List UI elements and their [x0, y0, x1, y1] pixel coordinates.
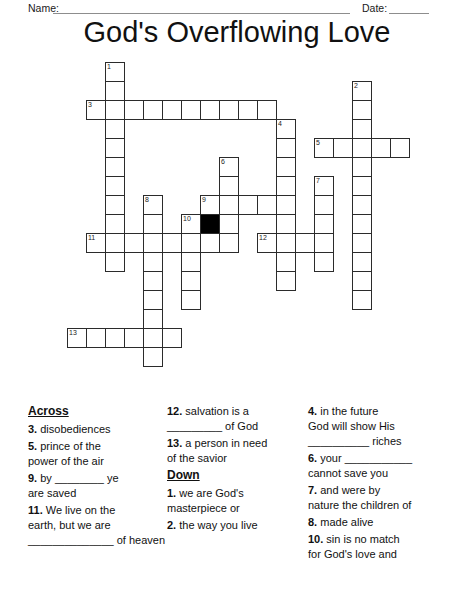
clue-down-1: 1. we are God'smasterpiece or — [167, 486, 307, 516]
across-heading: Across — [28, 404, 169, 419]
date-label: Date: — [362, 2, 387, 14]
grid-cell-r3c2[interactable] — [105, 119, 125, 139]
grid-cell-r14c3[interactable] — [124, 328, 144, 348]
grid-cell-r7c15[interactable] — [352, 195, 372, 215]
grid-cell-r3c11[interactable]: 4 — [276, 119, 296, 139]
grid-cell-r9c12[interactable] — [295, 233, 315, 253]
cell-number-9: 9 — [202, 196, 206, 204]
grid-cell-r10c13[interactable] — [314, 252, 334, 272]
cell-number-12: 12 — [259, 234, 267, 242]
grid-cell-r4c14[interactable] — [333, 138, 353, 158]
grid-cell-r4c13[interactable]: 5 — [314, 138, 334, 158]
grid-cell-r10c6[interactable] — [181, 252, 201, 272]
grid-cell-r14c2[interactable] — [105, 328, 125, 348]
grid-cell-r11c15[interactable] — [352, 271, 372, 291]
grid-cell-r2c4[interactable] — [143, 100, 163, 120]
grid-cell-r10c15[interactable] — [352, 252, 372, 272]
grid-cell-r5c15[interactable] — [352, 157, 372, 177]
down-heading: Down — [167, 468, 307, 483]
grid-cell-r9c5[interactable] — [162, 233, 182, 253]
grid-cell-r9c8[interactable] — [219, 233, 239, 253]
clue-across-5: 5. prince of thepower of the air — [28, 439, 169, 469]
grid-cell-r2c6[interactable] — [181, 100, 201, 120]
clue-number-label: 4. — [308, 405, 317, 417]
grid-cell-r13c4[interactable] — [143, 309, 163, 329]
clue-number-label: 13. — [167, 437, 182, 449]
clue-down-7: 7. and were bynature the children of — [308, 483, 472, 513]
clue-across-11: 11. We live on theearth, but we are_____… — [28, 503, 169, 548]
grid-cell-r2c3[interactable] — [124, 100, 144, 120]
date-input-line[interactable] — [389, 0, 429, 14]
grid-cell-r12c4[interactable] — [143, 290, 163, 310]
grid-cell-r8c6[interactable]: 10 — [181, 214, 201, 234]
grid-cell-r5c2[interactable] — [105, 157, 125, 177]
grid-cell-r8c15[interactable] — [352, 214, 372, 234]
grid-cell-r14c5[interactable] — [162, 328, 182, 348]
clue-number-label: 1. — [167, 487, 176, 499]
clue-number-label: 5. — [28, 440, 37, 452]
grid-cell-r5c11[interactable] — [276, 157, 296, 177]
grid-cell-r2c1[interactable]: 3 — [86, 100, 106, 120]
black-cell — [200, 214, 220, 234]
grid-cell-r6c13[interactable]: 7 — [314, 176, 334, 196]
grid-cell-r11c6[interactable] — [181, 271, 201, 291]
grid-cell-r6c2[interactable] — [105, 176, 125, 196]
cell-number-4: 4 — [278, 120, 282, 128]
clue-down-10: 10. sin is no matchfor God's love and — [308, 532, 472, 562]
grid-cell-r7c2[interactable] — [105, 195, 125, 215]
grid-cell-r4c16[interactable] — [371, 138, 391, 158]
grid-cell-r5c8[interactable]: 6 — [219, 157, 239, 177]
clue-number-label: 6. — [308, 452, 317, 464]
grid-cell-r2c5[interactable] — [162, 100, 182, 120]
clue-down-6: 6. your ___________cannot save you — [308, 451, 472, 481]
grid-cell-r9c6[interactable] — [181, 233, 201, 253]
grid-cell-r7c10[interactable] — [257, 195, 277, 215]
grid-cell-r10c11[interactable] — [276, 252, 296, 272]
cell-number-6: 6 — [221, 158, 225, 166]
clue-down-4: 4. in the futureGod will show His_______… — [308, 404, 472, 449]
grid-cell-r9c3[interactable] — [124, 233, 144, 253]
grid-cell-r4c11[interactable] — [276, 138, 296, 158]
grid-cell-r4c17[interactable] — [390, 138, 410, 158]
grid-cell-r7c9[interactable] — [238, 195, 258, 215]
clue-across-9: 9. by ________ yeare saved — [28, 471, 169, 501]
cell-number-8: 8 — [145, 196, 149, 204]
clues-column-2: 12. salvation is a_________ of God13. a … — [167, 404, 307, 535]
cell-number-5: 5 — [316, 139, 320, 147]
grid-cell-r7c7[interactable]: 9 — [200, 195, 220, 215]
grid-cell-r14c4[interactable] — [143, 328, 163, 348]
grid-cell-r8c2[interactable] — [105, 214, 125, 234]
grid-cell-r9c4[interactable] — [143, 233, 163, 253]
cell-number-3: 3 — [88, 101, 92, 109]
grid-cell-r14c1[interactable] — [86, 328, 106, 348]
cell-number-7: 7 — [316, 177, 320, 185]
clue-number-label: 7. — [308, 484, 317, 496]
clue-across-12: 12. salvation is a_________ of God — [167, 404, 307, 434]
clue-down-8: 8. made alive — [308, 515, 472, 530]
grid-cell-r10c2[interactable] — [105, 252, 125, 272]
grid-cell-r6c8[interactable] — [219, 176, 239, 196]
grid-cell-r2c10[interactable] — [257, 100, 277, 120]
grid-cell-r8c11[interactable] — [276, 214, 296, 234]
grid-cell-r7c13[interactable] — [314, 195, 334, 215]
clue-number-label: 9. — [28, 472, 37, 484]
grid-cell-r0c2[interactable]: 1 — [105, 62, 125, 82]
clues-column-1: Across3. disobediences5. prince of thepo… — [28, 404, 169, 550]
clue-down-2: 2. the way you live — [167, 518, 307, 533]
grid-cell-r9c1[interactable]: 11 — [86, 233, 106, 253]
puzzle-title: God's Overflowing Love — [0, 16, 474, 49]
grid-cell-r2c7[interactable] — [200, 100, 220, 120]
grid-cell-r14c0[interactable]: 13 — [67, 328, 87, 348]
grid-cell-r12c15[interactable] — [352, 290, 372, 310]
crossword-grid: 12345678910111213 — [67, 62, 409, 366]
grid-cell-r9c2[interactable] — [105, 233, 125, 253]
grid-cell-r11c4[interactable] — [143, 271, 163, 291]
grid-cell-r8c13[interactable] — [314, 214, 334, 234]
cell-number-10: 10 — [183, 215, 191, 223]
grid-cell-r9c7[interactable] — [200, 233, 220, 253]
grid-cell-r10c4[interactable] — [143, 252, 163, 272]
clue-across-13: 13. a person in needof the savior — [167, 436, 307, 466]
grid-cell-r12c6[interactable] — [181, 290, 201, 310]
clue-number-label: 12. — [167, 405, 182, 417]
grid-cell-r3c15[interactable] — [352, 119, 372, 139]
cell-number-13: 13 — [69, 329, 77, 337]
name-input-line[interactable] — [53, 0, 350, 14]
clue-number-label: 8. — [308, 516, 317, 528]
grid-cell-r7c11[interactable] — [276, 195, 296, 215]
cell-number-2: 2 — [354, 82, 358, 90]
grid-cell-r7c8[interactable] — [219, 195, 239, 215]
grid-cell-r6c11[interactable] — [276, 176, 296, 196]
cell-number-1: 1 — [107, 63, 111, 71]
grid-cell-r15c4[interactable] — [143, 347, 163, 367]
grid-cell-r1c15[interactable]: 2 — [352, 81, 372, 101]
grid-cell-r2c2[interactable] — [105, 100, 125, 120]
grid-cell-r9c15[interactable] — [352, 233, 372, 253]
grid-cell-r9c13[interactable] — [314, 233, 334, 253]
clue-number-label: 3. — [28, 423, 37, 435]
clue-across-3: 3. disobediences — [28, 422, 169, 437]
grid-cell-r9c10[interactable]: 12 — [257, 233, 277, 253]
grid-cell-r8c8[interactable] — [219, 214, 239, 234]
grid-cell-r11c11[interactable] — [276, 271, 296, 291]
grid-cell-r2c8[interactable] — [219, 100, 239, 120]
clue-number-label: 2. — [167, 519, 176, 531]
clue-number-label: 11. — [28, 504, 43, 516]
clue-number-label: 10. — [308, 533, 323, 545]
grid-cell-r4c2[interactable] — [105, 138, 125, 158]
grid-cell-r9c11[interactable] — [276, 233, 296, 253]
grid-cell-r2c9[interactable] — [238, 100, 258, 120]
grid-cell-r1c2[interactable] — [105, 81, 125, 101]
grid-cell-r6c15[interactable] — [352, 176, 372, 196]
grid-cell-r7c4[interactable]: 8 — [143, 195, 163, 215]
cell-number-11: 11 — [88, 234, 95, 242]
grid-cell-r4c15[interactable] — [352, 138, 372, 158]
clues-column-3: 4. in the futureGod will show His_______… — [308, 404, 472, 564]
grid-cell-r2c15[interactable] — [352, 100, 372, 120]
grid-cell-r8c4[interactable] — [143, 214, 163, 234]
